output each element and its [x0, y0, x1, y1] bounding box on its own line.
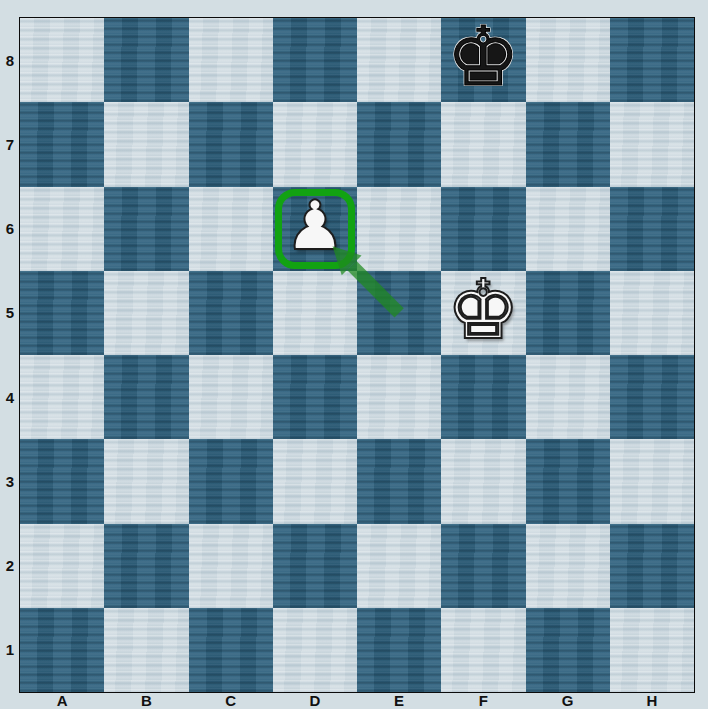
square-d3[interactable]	[273, 439, 357, 523]
file-label-d: D	[273, 692, 357, 709]
square-d7[interactable]	[273, 102, 357, 186]
square-a6[interactable]	[20, 187, 104, 271]
square-h6[interactable]	[610, 187, 694, 271]
board: ♚♟♚	[20, 18, 694, 692]
file-label-a: A	[20, 692, 104, 709]
square-c5[interactable]	[189, 271, 273, 355]
square-e2[interactable]	[357, 524, 441, 608]
square-e7[interactable]	[357, 102, 441, 186]
square-a7[interactable]	[20, 102, 104, 186]
square-b1[interactable]	[104, 608, 188, 692]
rank-label-1: 1	[0, 608, 20, 692]
file-label-g: G	[526, 692, 610, 709]
square-b6[interactable]	[104, 187, 188, 271]
file-label-c: C	[189, 692, 273, 709]
white-king[interactable]: ♚	[441, 268, 525, 352]
file-labels: ABCDEFGH	[20, 692, 694, 709]
square-a2[interactable]	[20, 524, 104, 608]
square-g6[interactable]	[526, 187, 610, 271]
square-f8[interactable]: ♚	[441, 18, 525, 102]
square-c2[interactable]	[189, 524, 273, 608]
square-b4[interactable]	[104, 355, 188, 439]
rank-label-2: 2	[0, 524, 20, 608]
square-f2[interactable]	[441, 524, 525, 608]
rank-labels: 87654321	[0, 18, 20, 692]
square-g2[interactable]	[526, 524, 610, 608]
rank-label-7: 7	[0, 102, 20, 186]
square-d1[interactable]	[273, 608, 357, 692]
file-label-b: B	[104, 692, 188, 709]
square-h5[interactable]	[610, 271, 694, 355]
rank-label-3: 3	[0, 439, 20, 523]
square-e3[interactable]	[357, 439, 441, 523]
square-f5[interactable]: ♚	[441, 271, 525, 355]
square-c7[interactable]	[189, 102, 273, 186]
square-a8[interactable]	[20, 18, 104, 102]
square-f6[interactable]	[441, 187, 525, 271]
square-g4[interactable]	[526, 355, 610, 439]
rank-label-5: 5	[0, 271, 20, 355]
square-a3[interactable]	[20, 439, 104, 523]
rank-label-6: 6	[0, 187, 20, 271]
square-h1[interactable]	[610, 608, 694, 692]
square-c4[interactable]	[189, 355, 273, 439]
square-a5[interactable]	[20, 271, 104, 355]
square-f4[interactable]	[441, 355, 525, 439]
square-e6[interactable]	[357, 187, 441, 271]
square-f7[interactable]	[441, 102, 525, 186]
square-a1[interactable]	[20, 608, 104, 692]
square-f1[interactable]	[441, 608, 525, 692]
square-e1[interactable]	[357, 608, 441, 692]
square-d2[interactable]	[273, 524, 357, 608]
square-h2[interactable]	[610, 524, 694, 608]
square-g3[interactable]	[526, 439, 610, 523]
square-a4[interactable]	[20, 355, 104, 439]
square-h3[interactable]	[610, 439, 694, 523]
square-b8[interactable]	[104, 18, 188, 102]
square-d8[interactable]	[273, 18, 357, 102]
file-label-e: E	[357, 692, 441, 709]
square-c1[interactable]	[189, 608, 273, 692]
square-h8[interactable]	[610, 18, 694, 102]
square-d5[interactable]	[273, 271, 357, 355]
square-g5[interactable]	[526, 271, 610, 355]
square-e4[interactable]	[357, 355, 441, 439]
chess-diagram: ♚♟♚ 87654321 ABCDEFGH	[0, 0, 708, 709]
square-h4[interactable]	[610, 355, 694, 439]
rank-label-4: 4	[0, 355, 20, 439]
square-b5[interactable]	[104, 271, 188, 355]
square-b2[interactable]	[104, 524, 188, 608]
rank-label-8: 8	[0, 18, 20, 102]
square-e8[interactable]	[357, 18, 441, 102]
square-b3[interactable]	[104, 439, 188, 523]
square-c6[interactable]	[189, 187, 273, 271]
square-f3[interactable]	[441, 439, 525, 523]
square-b7[interactable]	[104, 102, 188, 186]
white-pawn[interactable]: ♟	[273, 184, 357, 268]
square-g8[interactable]	[526, 18, 610, 102]
file-label-h: H	[610, 692, 694, 709]
square-e5[interactable]	[357, 271, 441, 355]
square-d6[interactable]: ♟	[273, 187, 357, 271]
black-king[interactable]: ♚	[441, 15, 525, 99]
file-label-f: F	[441, 692, 525, 709]
square-c3[interactable]	[189, 439, 273, 523]
square-c8[interactable]	[189, 18, 273, 102]
square-d4[interactable]	[273, 355, 357, 439]
square-g1[interactable]	[526, 608, 610, 692]
square-h7[interactable]	[610, 102, 694, 186]
square-g7[interactable]	[526, 102, 610, 186]
